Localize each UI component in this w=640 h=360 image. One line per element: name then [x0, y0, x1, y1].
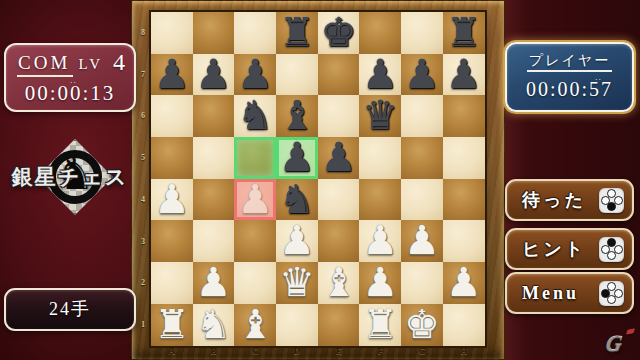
file-label-A: A — [151, 346, 193, 359]
square-g8[interactable] — [401, 12, 443, 54]
white-pawn[interactable]: ♟ — [279, 220, 315, 260]
square-e7[interactable] — [318, 54, 360, 96]
square-g5[interactable] — [401, 137, 443, 179]
square-h4[interactable] — [443, 179, 485, 221]
file-label-E: E — [318, 346, 360, 359]
white-bishop[interactable]: ♝ — [237, 304, 273, 344]
square-d4[interactable]: ♞ — [276, 179, 318, 221]
square-a3[interactable] — [151, 220, 193, 262]
square-c3[interactable] — [234, 220, 276, 262]
black-bishop[interactable]: ♝ — [279, 95, 315, 135]
com-time: 00:00:13 — [6, 81, 134, 106]
move-counter: 24手 — [4, 288, 136, 331]
white-knight[interactable]: ♞ — [196, 304, 232, 344]
player-label: プレイヤー — [507, 52, 632, 70]
square-d6[interactable]: ♝ — [276, 95, 318, 137]
square-h3[interactable] — [443, 220, 485, 262]
square-a5[interactable] — [151, 137, 193, 179]
square-c7[interactable]: ♟ — [234, 54, 276, 96]
square-c6[interactable]: ♞ — [234, 95, 276, 137]
square-a4[interactable]: ♟ — [151, 179, 193, 221]
black-rook[interactable]: ♜ — [446, 12, 482, 52]
com-level-value: 4 — [113, 49, 125, 76]
game-screen: ♜♚♜♟♟♟♟♟♟♞♝♛♟♟♟♟♞♟♟♟♟♛♝♟♟♜♞♝♜♚ 87654321 … — [0, 0, 640, 360]
rank-label-6: 6 — [135, 95, 151, 137]
white-pawn[interactable]: ♟ — [154, 179, 190, 219]
square-d2[interactable]: ♛ — [276, 262, 318, 304]
square-d1[interactable] — [276, 304, 318, 346]
white-pawn[interactable]: ♟ — [404, 220, 440, 260]
rank-label-2: 2 — [135, 262, 151, 304]
square-a1[interactable]: ♜ — [151, 304, 193, 346]
square-f3[interactable]: ♟ — [359, 220, 401, 262]
black-pawn[interactable]: ♟ — [321, 137, 357, 177]
square-b5[interactable] — [193, 137, 235, 179]
square-f4[interactable] — [359, 179, 401, 221]
square-c4[interactable]: ♟ — [234, 179, 276, 221]
square-a8[interactable] — [151, 12, 193, 54]
dice-button-icon — [599, 237, 624, 262]
white-pawn[interactable]: ♟ — [196, 262, 232, 302]
square-f7[interactable]: ♟ — [359, 54, 401, 96]
square-a7[interactable]: ♟ — [151, 54, 193, 96]
square-h6[interactable] — [443, 95, 485, 137]
app-title: 銀星チェス — [0, 163, 140, 191]
file-label-B: B — [193, 346, 235, 359]
file-label-D: D — [276, 346, 318, 359]
square-g7[interactable]: ♟ — [401, 54, 443, 96]
com-label: COM — [17, 52, 73, 77]
hint-button[interactable]: ヒント — [505, 228, 634, 270]
square-d3[interactable]: ♟ — [276, 220, 318, 262]
black-pawn[interactable]: ♟ — [362, 54, 398, 94]
square-h7[interactable]: ♟ — [443, 54, 485, 96]
file-label-H: H — [443, 346, 485, 359]
black-rook[interactable]: ♜ — [279, 12, 315, 52]
file-label-F: F — [360, 346, 402, 359]
square-e1[interactable] — [318, 304, 360, 346]
square-c8[interactable] — [234, 12, 276, 54]
white-king[interactable]: ♚ — [404, 304, 440, 344]
white-rook[interactable]: ♜ — [154, 304, 190, 344]
menu-button[interactable]: Menu — [505, 272, 634, 314]
file-label-G: G — [401, 346, 443, 359]
square-d5[interactable]: ♟ — [276, 137, 318, 179]
white-pawn[interactable]: ♟ — [446, 262, 482, 302]
white-pawn[interactable]: ♟ — [362, 220, 398, 260]
square-g2[interactable] — [401, 262, 443, 304]
square-b2[interactable]: ♟ — [193, 262, 235, 304]
menu-button-label: Menu — [522, 283, 579, 304]
black-pawn[interactable]: ♟ — [154, 54, 190, 94]
square-e2[interactable]: ♝ — [318, 262, 360, 304]
com-clock-panel: COM .. LV 4 00:00:13 — [4, 43, 136, 112]
black-king[interactable]: ♚ — [321, 12, 357, 52]
square-b6[interactable] — [193, 95, 235, 137]
board-grid: ♜♚♜♟♟♟♟♟♟♞♝♛♟♟♟♟♞♟♟♟♟♛♝♟♟♜♞♝♜♚ — [151, 12, 485, 346]
square-e8[interactable]: ♚ — [318, 12, 360, 54]
rank-label-8: 8 — [135, 12, 151, 54]
white-rook[interactable]: ♜ — [362, 304, 398, 344]
square-e3[interactable] — [318, 220, 360, 262]
undo-button[interactable]: 待った — [505, 179, 634, 221]
undo-button-label: 待った — [522, 188, 586, 212]
black-queen[interactable]: ♛ — [362, 95, 398, 135]
square-g4[interactable] — [401, 179, 443, 221]
square-g1[interactable]: ♚ — [401, 304, 443, 346]
black-knight[interactable]: ♞ — [237, 95, 273, 135]
rank-label-7: 7 — [135, 54, 151, 96]
square-c1[interactable]: ♝ — [234, 304, 276, 346]
black-pawn[interactable]: ♟ — [279, 137, 315, 177]
hint-button-label: ヒント — [522, 237, 586, 261]
dice-button-icon — [599, 281, 624, 306]
white-pawn[interactable]: ♟ — [237, 179, 273, 219]
black-pawn[interactable]: ♟ — [237, 54, 273, 94]
square-g6[interactable] — [401, 95, 443, 137]
square-h5[interactable] — [443, 137, 485, 179]
black-knight[interactable]: ♞ — [279, 179, 315, 219]
square-h1[interactable] — [443, 304, 485, 346]
white-pawn[interactable]: ♟ — [362, 262, 398, 302]
square-f6[interactable]: ♛ — [359, 95, 401, 137]
player-time: 00:00:57 — [507, 78, 632, 101]
square-g3[interactable]: ♟ — [401, 220, 443, 262]
white-bishop[interactable]: ♝ — [321, 262, 357, 302]
square-f1[interactable]: ♜ — [359, 304, 401, 346]
com-level-label: LV — [78, 56, 103, 73]
square-a6[interactable] — [151, 95, 193, 137]
rank-label-1: 1 — [135, 304, 151, 346]
square-f8[interactable] — [359, 12, 401, 54]
dice-button-icon — [599, 188, 624, 213]
square-h2[interactable]: ♟ — [443, 262, 485, 304]
rank-label-3: 3 — [135, 221, 151, 263]
square-c2[interactable] — [234, 262, 276, 304]
square-b3[interactable] — [193, 220, 235, 262]
square-e4[interactable] — [318, 179, 360, 221]
black-pawn[interactable]: ♟ — [446, 54, 482, 94]
file-label-C: C — [234, 346, 276, 359]
square-c5[interactable] — [234, 137, 276, 179]
square-d7[interactable] — [276, 54, 318, 96]
square-a2[interactable] — [151, 262, 193, 304]
square-b8[interactable] — [193, 12, 235, 54]
square-b7[interactable]: ♟ — [193, 54, 235, 96]
square-d8[interactable]: ♜ — [276, 12, 318, 54]
black-pawn[interactable]: ♟ — [404, 54, 440, 94]
square-e6[interactable] — [318, 95, 360, 137]
white-queen[interactable]: ♛ — [279, 262, 315, 302]
square-e5[interactable]: ♟ — [318, 137, 360, 179]
square-f5[interactable] — [359, 137, 401, 179]
square-b1[interactable]: ♞ — [193, 304, 235, 346]
black-pawn[interactable]: ♟ — [196, 54, 232, 94]
player-clock-panel: プレイヤー .. 00:00:57 — [505, 42, 634, 112]
square-h8[interactable]: ♜ — [443, 12, 485, 54]
square-f2[interactable]: ♟ — [359, 262, 401, 304]
square-b4[interactable] — [193, 179, 235, 221]
